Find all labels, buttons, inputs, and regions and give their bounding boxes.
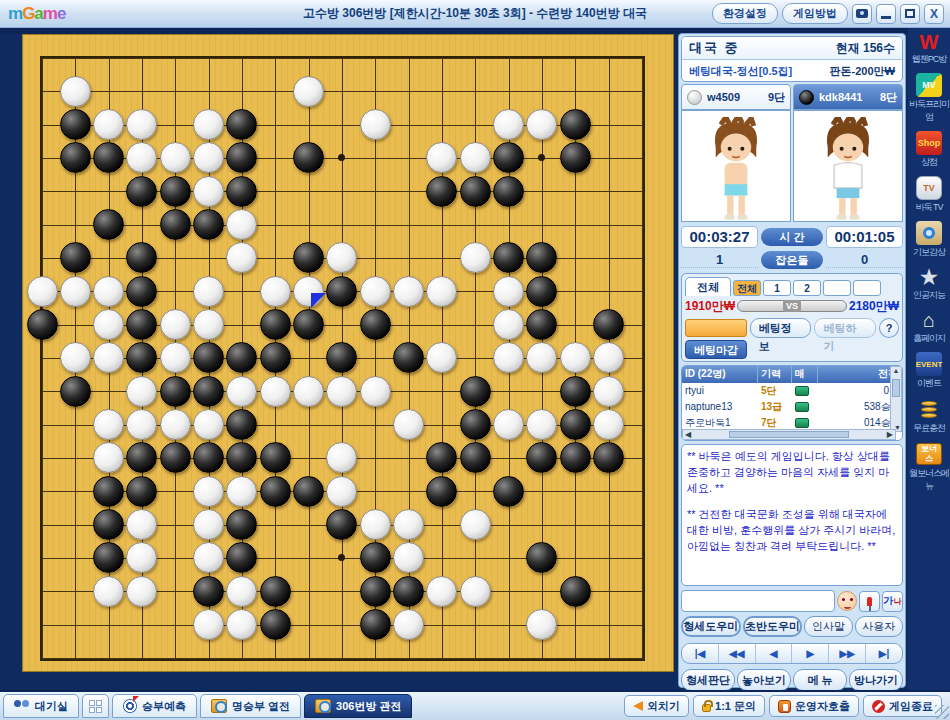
manner-icon	[795, 418, 809, 428]
nav-forward-button[interactable]: ▶	[792, 644, 829, 663]
vs-label: VS	[783, 300, 801, 312]
black-stone	[393, 576, 424, 607]
white-stone	[293, 76, 324, 107]
inquiry-button[interactable]: 1:1 문의	[693, 695, 765, 717]
black-stone	[560, 376, 591, 407]
bet-entry-box	[685, 319, 747, 337]
magnifier-icon	[211, 699, 227, 713]
sidebar-item-ai[interactable]: ★ 인공지능	[908, 266, 950, 302]
shape-helper-button[interactable]: 형세도우미	[681, 616, 741, 637]
black-captures: 0	[826, 252, 903, 268]
captures-label: 잡은돌	[761, 251, 823, 269]
black-stone	[160, 176, 191, 207]
chat-message: ** 바둑은 예도의 게임입니다. 항상 상대를 존중하고 겸양하는 마음의 자…	[687, 449, 897, 497]
chat-log[interactable]: ** 바둑은 예도의 게임입니다. 항상 상대를 존중하고 겸양하는 마음의 자…	[681, 444, 903, 586]
black-stone	[460, 376, 491, 407]
white-stone	[27, 276, 58, 307]
black-stone-icon	[799, 90, 814, 105]
black-stone	[60, 376, 91, 407]
black-player-seat: kdk8441 8단	[793, 84, 903, 110]
bet-closed-label: 베팅마감	[685, 340, 747, 359]
black-stone	[493, 176, 524, 207]
event-icon: EVENT	[916, 352, 942, 376]
try-move-button[interactable]: 놓아보기	[737, 669, 791, 691]
time-label: 시 간	[761, 228, 823, 246]
black-stone	[560, 409, 591, 440]
col-rank[interactable]: 기력	[758, 366, 792, 383]
black-stone	[260, 609, 291, 640]
black-stone	[560, 576, 591, 607]
opening-helper-button[interactable]: 초반도우미	[743, 616, 803, 637]
minimize-icon	[881, 16, 891, 19]
nav-first-button[interactable]: |◀	[682, 644, 719, 663]
sidebar-item-tv[interactable]: TV 바둑 TV	[908, 176, 950, 214]
menu-button[interactable]: 메 뉴	[793, 669, 847, 691]
bet-place-button[interactable]: 베팅하기	[814, 318, 876, 338]
black-stone	[260, 576, 291, 607]
sidebar-item-shop[interactable]: Shop 상점	[908, 131, 950, 169]
white-player-name: w4509	[707, 91, 763, 103]
white-stone	[360, 109, 391, 140]
bottom-toolbar: 대기실 승부예측 명승부 열전 306번방 관전 외치기 1:1 문의 운영자호…	[0, 690, 950, 720]
black-stone	[360, 309, 391, 340]
black-stone	[460, 176, 491, 207]
black-stone	[260, 309, 291, 340]
premium-icon: MV	[916, 73, 942, 97]
nav-fast-forward-button[interactable]: ▶▶	[829, 644, 866, 663]
white-player-avatar	[681, 110, 791, 222]
white-stone	[160, 409, 191, 440]
black-stone	[493, 476, 524, 507]
score-estimate-button[interactable]: 형세판단	[681, 669, 735, 691]
white-stone	[193, 176, 224, 207]
minimize-button[interactable]	[876, 4, 896, 24]
black-stone	[360, 576, 391, 607]
white-stone	[260, 276, 291, 307]
user-list-hscrollbar[interactable]: ◀▶	[682, 429, 896, 440]
black-stone	[193, 376, 224, 407]
betting-panel: 전체 전체 1 2 1910만₩ VS 2180만₩ 베팅정보 베팅하기 ? 베…	[681, 273, 903, 362]
chat-input[interactable]	[681, 590, 835, 612]
titlebar: mGame 고수방 306번방 [제한시간-10분 30초 3회] - 수련방 …	[0, 0, 950, 28]
no-entry-icon	[872, 700, 885, 713]
white-stone	[426, 576, 457, 607]
white-stone	[593, 376, 624, 407]
col-id[interactable]: ID (22명)	[682, 366, 758, 383]
white-stone	[160, 309, 191, 340]
white-stone	[293, 376, 324, 407]
white-stone	[93, 276, 124, 307]
black-timer: 00:01:05	[826, 226, 903, 248]
leave-room-button[interactable]: 방나가기	[849, 669, 903, 691]
white-stone	[360, 376, 391, 407]
megaphone-icon	[633, 701, 643, 711]
go-board[interactable]	[22, 34, 674, 672]
white-captures: 1	[681, 252, 758, 268]
user-row[interactable]: rtyui5단 0승	[682, 383, 902, 399]
pushpin-icon	[867, 597, 872, 606]
tab-lobby[interactable]: 대기실	[3, 694, 79, 718]
tv-icon: TV	[916, 176, 942, 200]
bonus-icon: 보너스	[916, 442, 942, 466]
bet-subtab-2[interactable]: 2	[793, 280, 821, 296]
white-stone	[493, 276, 524, 307]
nav-fast-back-button[interactable]: ◀◀	[719, 644, 756, 663]
bet-amount-black: 1910만₩	[685, 298, 735, 315]
white-stone	[93, 576, 124, 607]
black-stone	[260, 476, 291, 507]
bet-subtab-1[interactable]: 1	[763, 280, 791, 296]
room-grid-button[interactable]	[82, 694, 109, 718]
call-operator-button[interactable]: 운영자호출	[769, 695, 859, 717]
black-stone	[93, 476, 124, 507]
manner-icon	[795, 386, 809, 396]
screenshot-button[interactable]	[852, 4, 872, 24]
user-row[interactable]: naptune1313급 538승 3	[682, 399, 902, 415]
move-count: 현재 156수	[836, 40, 895, 57]
shout-button[interactable]: 외치기	[624, 695, 689, 717]
black-stone	[560, 442, 591, 473]
chat-message: ** 건전한 대국문화 조성을 위해 대국자에 대한 비방, 훈수행위를 삼가 …	[687, 507, 897, 555]
sidebar-item-event[interactable]: EVENT 이벤트	[908, 352, 950, 390]
bet-subtab-all[interactable]: 전체	[733, 280, 761, 296]
resize-grip[interactable]	[935, 705, 949, 719]
white-stone	[193, 476, 224, 507]
quit-game-button[interactable]: 게임종료	[863, 695, 942, 717]
shortcut-strip: W 웹젠PC방 MV 바둑프리미엄 Shop 상점 TV 바둑 TV 기보감상 …	[908, 28, 950, 690]
white-stone	[360, 276, 391, 307]
game-status: 대국 중	[689, 39, 740, 57]
dart-icon	[123, 699, 137, 713]
grid-icon	[89, 700, 102, 713]
bet-tab-all[interactable]: 전체	[685, 277, 731, 296]
bet-help-button[interactable]: ?	[879, 318, 899, 338]
white-stone	[193, 276, 224, 307]
user-list-vscrollbar[interactable]: ▲▼	[890, 366, 902, 432]
black-stone	[360, 609, 391, 640]
game-info-box: 대국 중 현재 156수 베팅대국-정선[0.5집] 판돈-200만₩	[681, 36, 903, 82]
game-side-panel: 대국 중 현재 156수 베팅대국-정선[0.5집] 판돈-200만₩ w450…	[678, 33, 906, 688]
black-stone	[193, 576, 224, 607]
users-button[interactable]: 사용자	[855, 616, 903, 637]
col-manner[interactable]: 매너	[792, 366, 818, 383]
nav-last-button[interactable]: ▶|	[866, 644, 902, 663]
black-stone	[160, 209, 191, 240]
white-player-seat: w4509 9단	[681, 84, 791, 110]
black-stone	[160, 376, 191, 407]
sidebar-item-bonus[interactable]: 보너스 월보너스메뉴	[908, 442, 950, 493]
manner-icon	[795, 402, 809, 412]
move-navigation: |◀ ◀◀ ◀ ▶ ▶▶ ▶|	[681, 643, 903, 664]
tab-prediction[interactable]: 승부예측	[112, 694, 197, 718]
sidebar-item-premium[interactable]: MV 바둑프리미엄	[908, 73, 950, 124]
maximize-icon	[905, 9, 915, 18]
pot-amount: 판돈-200만₩	[830, 64, 895, 79]
black-player-rank: 8단	[880, 90, 897, 105]
home-icon: ⌂	[916, 309, 942, 331]
maximize-button[interactable]	[900, 4, 920, 24]
tab-famous-games[interactable]: 명승부 열전	[200, 694, 301, 718]
match-type: 베팅대국-정선[0.5집]	[689, 64, 792, 79]
black-player-avatar	[793, 110, 903, 222]
white-stone	[360, 509, 391, 540]
close-button[interactable]: X	[924, 4, 944, 24]
sidebar-item-homepage[interactable]: ⌂ 홈페이지	[908, 309, 950, 345]
close-icon: X	[930, 7, 938, 21]
bet-info-button[interactable]: 베팅정보	[750, 318, 812, 338]
white-player-rank: 9단	[768, 90, 785, 105]
white-stone	[460, 576, 491, 607]
last-move-marker	[311, 293, 326, 308]
coins-icon	[916, 397, 942, 421]
black-stone	[27, 309, 58, 340]
sidebar-item-freecharge[interactable]: 무료충전	[908, 397, 950, 435]
avatar-boy-shorts	[698, 117, 774, 221]
bet-subtab-4[interactable]	[853, 280, 881, 296]
webzen-w-icon: W	[916, 32, 942, 52]
lock-icon	[702, 704, 711, 712]
black-stone	[293, 476, 324, 507]
emoticon-button[interactable]	[837, 591, 857, 611]
settings-button[interactable]: 환경설정	[712, 3, 778, 24]
avatar-boy-tshirt	[810, 117, 886, 221]
ai-star-icon: ★	[916, 266, 942, 288]
camera-icon	[856, 9, 868, 18]
white-stone	[260, 376, 291, 407]
user-list: ID (22명) 기력 매너 전적 rtyui5단 0승 naptune1313…	[681, 365, 903, 441]
nav-back-button[interactable]: ◀	[756, 644, 793, 663]
white-stone-icon	[687, 90, 702, 105]
black-stone	[60, 109, 91, 140]
black-stone	[460, 409, 491, 440]
bet-subtab-3[interactable]	[823, 280, 851, 296]
howto-button[interactable]: 게임방법	[782, 3, 848, 24]
pin-button[interactable]	[859, 591, 880, 612]
operator-icon	[778, 700, 791, 713]
white-stone	[393, 276, 424, 307]
white-stone	[60, 276, 91, 307]
tab-room-spectate[interactable]: 306번방 관전	[304, 694, 412, 718]
white-stone	[60, 76, 91, 107]
bet-gauge: VS	[737, 300, 847, 312]
bet-amount-white: 2180만₩	[849, 298, 899, 315]
korean-english-toggle[interactable]: 가나	[882, 591, 903, 612]
sidebar-item-replay[interactable]: 기보감상	[908, 221, 950, 259]
people-icon	[14, 700, 30, 712]
greeting-button[interactable]: 인사말	[804, 616, 852, 637]
black-player-name: kdk8441	[819, 91, 875, 103]
black-stone	[560, 109, 591, 140]
replay-icon	[916, 221, 942, 245]
magnifier-icon	[315, 699, 331, 713]
sidebar-item-pcroom[interactable]: W 웹젠PC방	[908, 32, 950, 66]
white-stone	[460, 509, 491, 540]
white-timer: 00:03:27	[681, 226, 758, 248]
shop-icon: Shop	[916, 131, 942, 155]
